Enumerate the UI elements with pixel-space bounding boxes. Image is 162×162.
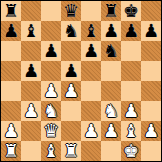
square-h2[interactable]: ♟: [141, 121, 161, 141]
white-pawn-c4: ♟: [43, 81, 59, 101]
square-h8[interactable]: [141, 1, 161, 21]
white-pawn-b3: ♟: [23, 101, 39, 121]
black-pawn-d5: ♟: [63, 61, 79, 81]
white-queen-c2: ♛: [43, 121, 59, 141]
white-rook-a1: ♜: [3, 141, 19, 161]
square-f4[interactable]: [101, 81, 121, 101]
white-pawn-a2: ♟: [3, 121, 19, 141]
square-c8[interactable]: [41, 1, 61, 21]
square-d6[interactable]: [61, 41, 81, 61]
square-e4[interactable]: [81, 81, 101, 101]
white-knight-c3: ♞: [43, 101, 59, 121]
square-h7[interactable]: ♟: [141, 21, 161, 41]
square-c2[interactable]: ♛: [41, 121, 61, 141]
square-c3[interactable]: ♞: [41, 101, 61, 121]
chess-board: ♜♛♜♚♟♝♞♝♟♟♟♟♟♞♟♟♟♟♟♞♞♟♟♛♟♟♝♟♜♝♜♚: [0, 0, 162, 162]
square-a6[interactable]: [1, 41, 21, 61]
square-c6[interactable]: ♟: [41, 41, 61, 61]
square-d5[interactable]: ♟: [61, 61, 81, 81]
black-bishop-b7: ♝: [23, 21, 39, 41]
square-d3[interactable]: [61, 101, 81, 121]
square-g1[interactable]: ♚: [121, 141, 141, 161]
square-a4[interactable]: [1, 81, 21, 101]
square-b3[interactable]: ♟: [21, 101, 41, 121]
square-e7[interactable]: ♝: [81, 21, 101, 41]
square-c5[interactable]: [41, 61, 61, 81]
black-rook-f8: ♜: [103, 1, 119, 21]
white-pawn-d4: ♟: [63, 81, 79, 101]
white-king-g1: ♚: [123, 141, 139, 161]
square-h1[interactable]: [141, 141, 161, 161]
square-b6[interactable]: [21, 41, 41, 61]
white-pawn-g3: ♟: [123, 101, 139, 121]
square-e5[interactable]: [81, 61, 101, 81]
square-d1[interactable]: ♜: [61, 141, 81, 161]
black-rook-a8: ♜: [3, 1, 19, 21]
white-rook-d1: ♜: [63, 141, 79, 161]
square-h4[interactable]: [141, 81, 161, 101]
square-b1[interactable]: [21, 141, 41, 161]
square-b5[interactable]: ♟: [21, 61, 41, 81]
square-f7[interactable]: ♟: [101, 21, 121, 41]
square-b7[interactable]: ♝: [21, 21, 41, 41]
black-pawn-f7: ♟: [103, 21, 119, 41]
square-c7[interactable]: [41, 21, 61, 41]
square-a5[interactable]: [1, 61, 21, 81]
black-knight-f6: ♞: [103, 41, 119, 61]
square-b4[interactable]: [21, 81, 41, 101]
square-d7[interactable]: ♞: [61, 21, 81, 41]
square-e6[interactable]: ♟: [81, 41, 101, 61]
square-b8[interactable]: [21, 1, 41, 21]
square-a7[interactable]: ♟: [1, 21, 21, 41]
black-king-g8: ♚: [123, 1, 139, 21]
white-knight-f3: ♞: [103, 101, 119, 121]
square-e1[interactable]: [81, 141, 101, 161]
square-g6[interactable]: [121, 41, 141, 61]
white-pawn-e2: ♟: [83, 121, 99, 141]
square-f6[interactable]: ♞: [101, 41, 121, 61]
white-bishop-g2: ♝: [123, 121, 139, 141]
square-f3[interactable]: ♞: [101, 101, 121, 121]
black-pawn-a7: ♟: [3, 21, 19, 41]
square-f8[interactable]: ♜: [101, 1, 121, 21]
square-g8[interactable]: ♚: [121, 1, 141, 21]
square-a3[interactable]: [1, 101, 21, 121]
square-c1[interactable]: ♝: [41, 141, 61, 161]
black-pawn-c6: ♟: [43, 41, 59, 61]
square-c4[interactable]: ♟: [41, 81, 61, 101]
black-knight-d7: ♞: [63, 21, 79, 41]
square-h6[interactable]: [141, 41, 161, 61]
square-d8[interactable]: ♛: [61, 1, 81, 21]
white-bishop-c1: ♝: [43, 141, 59, 161]
black-bishop-e7: ♝: [83, 21, 99, 41]
square-d2[interactable]: [61, 121, 81, 141]
square-e2[interactable]: ♟: [81, 121, 101, 141]
square-h3[interactable]: [141, 101, 161, 121]
square-f5[interactable]: [101, 61, 121, 81]
square-h5[interactable]: [141, 61, 161, 81]
square-a2[interactable]: ♟: [1, 121, 21, 141]
square-e8[interactable]: [81, 1, 101, 21]
black-pawn-b5: ♟: [23, 61, 39, 81]
square-f2[interactable]: ♟: [101, 121, 121, 141]
black-pawn-h7: ♟: [143, 21, 159, 41]
square-a1[interactable]: ♜: [1, 141, 21, 161]
square-b2[interactable]: [21, 121, 41, 141]
square-g2[interactable]: ♝: [121, 121, 141, 141]
white-pawn-f2: ♟: [103, 121, 119, 141]
white-pawn-h2: ♟: [143, 121, 159, 141]
black-pawn-g7: ♟: [123, 21, 139, 41]
square-e3[interactable]: [81, 101, 101, 121]
square-g7[interactable]: ♟: [121, 21, 141, 41]
square-d4[interactable]: ♟: [61, 81, 81, 101]
square-f1[interactable]: [101, 141, 121, 161]
square-g5[interactable]: [121, 61, 141, 81]
black-queen-d8: ♛: [63, 1, 79, 21]
square-g4[interactable]: [121, 81, 141, 101]
square-a8[interactable]: ♜: [1, 1, 21, 21]
black-pawn-e6: ♟: [83, 41, 99, 61]
square-g3[interactable]: ♟: [121, 101, 141, 121]
